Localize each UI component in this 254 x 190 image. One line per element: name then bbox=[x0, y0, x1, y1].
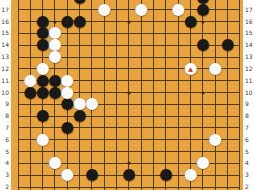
grid-vline-A bbox=[18, 0, 19, 190]
row-label-right-9: 9 bbox=[245, 101, 254, 107]
row-label-left-3: 3 bbox=[0, 172, 9, 178]
row-label-left-12: 12 bbox=[0, 66, 9, 72]
row-label-left-13: 13 bbox=[0, 54, 9, 60]
row-label-left-16: 16 bbox=[0, 19, 9, 25]
grid-vline-J bbox=[116, 0, 117, 190]
row-label-right-2: 2 bbox=[245, 184, 254, 190]
stone-white-L17[interactable]: ● bbox=[135, 2, 149, 18]
row-label-left-15: 15 bbox=[0, 30, 9, 36]
last-move-marker-icon: ▲ bbox=[188, 66, 193, 72]
stone-white-R12[interactable]: ● bbox=[209, 61, 223, 77]
row-label-right-11: 11 bbox=[245, 78, 254, 84]
stone-white-D13[interactable]: ● bbox=[48, 49, 62, 65]
star-point-D16 bbox=[53, 20, 56, 23]
row-label-right-4: 4 bbox=[245, 160, 254, 166]
stone-black-C8[interactable]: ● bbox=[36, 108, 50, 124]
star-point-K16 bbox=[127, 20, 130, 23]
stone-white-O17[interactable]: ● bbox=[172, 2, 186, 18]
row-label-right-7: 7 bbox=[245, 125, 254, 131]
row-label-left-8: 8 bbox=[0, 113, 9, 119]
row-label-left-10: 10 bbox=[0, 90, 9, 96]
stone-black-E7[interactable]: ● bbox=[61, 120, 75, 136]
row-label-left-17: 17 bbox=[0, 7, 9, 13]
stone-black-S14[interactable]: ● bbox=[221, 37, 235, 53]
star-point-K10 bbox=[127, 91, 130, 94]
row-label-left-14: 14 bbox=[0, 42, 9, 48]
star-point-Q16 bbox=[201, 20, 204, 23]
row-label-right-17: 17 bbox=[245, 7, 254, 13]
row-label-right-15: 15 bbox=[245, 30, 254, 36]
row-label-right-14: 14 bbox=[245, 42, 254, 48]
stone-white-B11[interactable]: ● bbox=[24, 73, 38, 89]
go-board[interactable]: 1716151413121110987654321716151413121110… bbox=[0, 0, 254, 190]
row-label-right-10: 10 bbox=[245, 90, 254, 96]
grid-hline-6 bbox=[18, 139, 241, 140]
row-label-right-6: 6 bbox=[245, 137, 254, 143]
stone-black-K3[interactable]: ● bbox=[122, 168, 136, 184]
grid-hline-5 bbox=[18, 151, 241, 152]
stone-black-F16[interactable]: ● bbox=[73, 14, 87, 30]
stone-white-G9[interactable]: ● bbox=[85, 97, 99, 113]
stone-black-G3[interactable]: ● bbox=[85, 168, 99, 184]
stone-white-Q4[interactable]: ● bbox=[196, 156, 210, 172]
stone-black-Q14[interactable]: ● bbox=[196, 37, 210, 53]
grid-vline-H bbox=[104, 0, 105, 190]
stone-white-H17[interactable]: ● bbox=[98, 2, 112, 18]
stone-white-R6[interactable]: ● bbox=[209, 132, 223, 148]
row-label-right-16: 16 bbox=[245, 19, 254, 25]
grid-vline-N bbox=[165, 0, 166, 190]
grid-vline-T bbox=[239, 0, 240, 190]
stone-white-C12[interactable]: ● bbox=[36, 61, 50, 77]
row-label-right-8: 8 bbox=[245, 113, 254, 119]
row-label-left-11: 11 bbox=[0, 78, 9, 84]
row-label-right-12: 12 bbox=[245, 66, 254, 72]
star-point-K4 bbox=[127, 162, 130, 165]
row-label-right-5: 5 bbox=[245, 149, 254, 155]
stone-white-C6[interactable]: ● bbox=[36, 132, 50, 148]
grid-vline-O bbox=[178, 0, 179, 190]
row-label-left-6: 6 bbox=[0, 137, 9, 143]
stone-black-P16[interactable]: ● bbox=[184, 14, 198, 30]
row-label-left-2: 2 bbox=[0, 184, 9, 190]
grid-hline-9 bbox=[18, 104, 241, 105]
grid-vline-L bbox=[141, 0, 142, 190]
row-label-left-5: 5 bbox=[0, 149, 9, 155]
row-label-right-13: 13 bbox=[245, 54, 254, 60]
grid-vline-S bbox=[227, 0, 228, 190]
grid-hline-12 bbox=[18, 68, 241, 69]
row-label-left-4: 4 bbox=[0, 160, 9, 166]
stone-black-F18[interactable]: ● bbox=[73, 0, 87, 6]
row-label-left-9: 9 bbox=[0, 101, 9, 107]
stone-black-N3[interactable]: ● bbox=[159, 168, 173, 184]
stone-black-Q17[interactable]: ● bbox=[196, 2, 210, 18]
stone-white-E3[interactable]: ● bbox=[61, 168, 75, 184]
grid-vline-R bbox=[215, 0, 216, 190]
grid-hline-7 bbox=[18, 127, 241, 128]
grid-hline-2 bbox=[18, 187, 241, 188]
grid-vline-M bbox=[153, 0, 154, 190]
star-point-Q10 bbox=[201, 91, 204, 94]
row-label-right-3: 3 bbox=[245, 172, 254, 178]
row-label-left-7: 7 bbox=[0, 125, 9, 131]
grid-hline-8 bbox=[18, 116, 241, 117]
stone-white-P3[interactable]: ● bbox=[184, 168, 198, 184]
